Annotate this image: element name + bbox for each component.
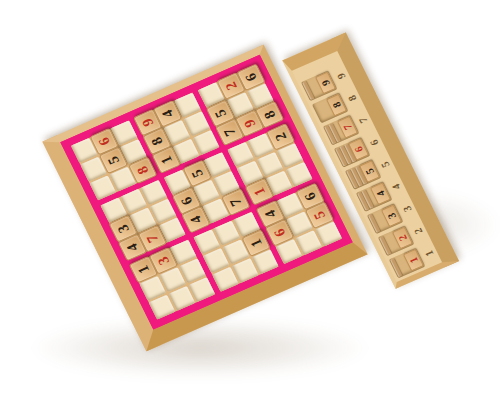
tile-digit: 6 <box>94 134 115 148</box>
photo-background: 13437568146571894645612759286 123456789 … <box>0 0 500 408</box>
tile-digit: 8 <box>259 108 280 122</box>
tile-digit: 3 <box>112 222 133 236</box>
tile-digit: 5 <box>187 166 208 180</box>
tile-digit: 1 <box>249 185 270 199</box>
tile-digit: 9 <box>239 116 260 130</box>
tile-digit: 5 <box>210 106 231 120</box>
tile-digit: 5 <box>309 208 330 222</box>
tile-digit: 4 <box>157 107 178 121</box>
stacked-tile-edge <box>379 236 391 255</box>
tile-digit: 1 <box>156 153 177 167</box>
tile-digit: 6 <box>269 226 290 240</box>
tile-digit: 4 <box>122 240 143 254</box>
tile-digit: 7 <box>219 125 240 139</box>
tile-digit: 6 <box>176 194 197 208</box>
tile-digit: 6 <box>240 70 261 84</box>
tile-digit: 4 <box>260 207 281 221</box>
tile-digit: 9 <box>137 115 158 129</box>
tile-digit: 2 <box>270 130 291 144</box>
tile-digit: 7 <box>225 195 246 209</box>
tile-digit: 5 <box>103 153 124 167</box>
tile-digit: 6 <box>300 189 321 203</box>
stacked-tile-edge <box>390 258 402 277</box>
tile-digit: 3 <box>153 254 174 268</box>
tile-digit: 8 <box>146 134 167 148</box>
tile-digit: 4 <box>185 213 206 227</box>
tile-digit: 2 <box>220 79 241 93</box>
tile-digit: 8 <box>132 163 153 177</box>
stacked-tile-edge <box>302 81 314 100</box>
stacked-tile-edge <box>368 214 380 233</box>
tile-digit: 1 <box>133 262 154 276</box>
tile-digit: 7 <box>142 232 163 246</box>
tile-digit: 1 <box>245 236 266 250</box>
